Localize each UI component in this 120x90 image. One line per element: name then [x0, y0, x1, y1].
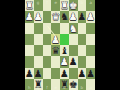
square-d3[interactable]: [60, 23, 69, 34]
square-d8[interactable]: ♜: [60, 79, 69, 90]
square-e2[interactable]: ♛: [51, 11, 60, 22]
square-d4[interactable]: [60, 34, 69, 45]
piece-black-pawn-c6[interactable]: ♟: [69, 56, 78, 67]
piece-white-pawn-d6[interactable]: ♟: [60, 56, 69, 67]
square-h7[interactable]: ♟: [25, 68, 34, 79]
square-b7[interactable]: ♟: [78, 68, 87, 79]
piece-black-rook-g8[interactable]: ♜: [34, 79, 43, 90]
piece-black-pawn-h7[interactable]: ♟: [25, 68, 34, 79]
piece-white-king-c1[interactable]: ♚: [69, 0, 78, 11]
square-a7[interactable]: ♟: [86, 68, 95, 79]
square-g6[interactable]: [34, 56, 43, 67]
square-h5[interactable]: [25, 45, 34, 56]
square-h3[interactable]: [25, 23, 34, 34]
square-c7[interactable]: [69, 68, 78, 79]
piece-black-knight-d2[interactable]: ♞: [60, 11, 69, 22]
square-d6[interactable]: ♟: [60, 56, 69, 67]
piece-black-pawn-a7[interactable]: ♟: [86, 68, 95, 79]
square-b4[interactable]: [78, 34, 87, 45]
square-f8[interactable]: [43, 79, 52, 90]
chess-board: ♜♜♚♟♟♛♞♟♟♟♞♟♛♝♟♟♟♟♟♟♟♜♜♚: [25, 0, 95, 90]
square-d5[interactable]: ♝: [60, 45, 69, 56]
square-a6[interactable]: [86, 56, 95, 67]
square-b3[interactable]: [78, 23, 87, 34]
square-g1[interactable]: [34, 0, 43, 11]
square-a3[interactable]: [86, 23, 95, 34]
piece-white-pawn-g2[interactable]: ♟: [34, 11, 43, 22]
piece-white-pawn-c2[interactable]: ♟: [69, 11, 78, 22]
piece-black-pawn-d7[interactable]: ♟: [60, 68, 69, 79]
piece-black-rook-d8[interactable]: ♜: [60, 79, 69, 90]
square-c3[interactable]: ♞: [69, 23, 78, 34]
piece-white-knight-c3[interactable]: ♞: [69, 23, 78, 34]
square-f2[interactable]: [43, 11, 52, 22]
square-d1[interactable]: ♜: [60, 0, 69, 11]
piece-white-pawn-h2[interactable]: ♟: [25, 11, 34, 22]
piece-white-rook-h1[interactable]: ♜: [25, 0, 34, 11]
square-b5[interactable]: [78, 45, 87, 56]
piece-black-queen-e5[interactable]: ♛: [51, 45, 60, 56]
square-f4[interactable]: [43, 34, 52, 45]
square-c8[interactable]: ♚: [69, 79, 78, 90]
square-a2[interactable]: ♟: [86, 11, 95, 22]
square-f1[interactable]: [43, 0, 52, 11]
square-a4[interactable]: [86, 34, 95, 45]
square-h6[interactable]: [25, 56, 34, 67]
square-g4[interactable]: [34, 34, 43, 45]
square-c1[interactable]: ♚: [69, 0, 78, 11]
square-c2[interactable]: ♟: [69, 11, 78, 22]
piece-white-pawn-a2[interactable]: ♟: [86, 11, 95, 22]
square-b1[interactable]: [78, 0, 87, 11]
square-h2[interactable]: ♟: [25, 11, 34, 22]
square-e6[interactable]: [51, 56, 60, 67]
square-b2[interactable]: ♟: [78, 11, 87, 22]
square-h1[interactable]: ♜: [25, 0, 34, 11]
square-g7[interactable]: ♟: [34, 68, 43, 79]
square-e7[interactable]: [51, 68, 60, 79]
square-a5[interactable]: [86, 45, 95, 56]
piece-black-bishop-d5[interactable]: ♝: [60, 45, 69, 56]
square-a1[interactable]: [86, 0, 95, 11]
square-g8[interactable]: ♜: [34, 79, 43, 90]
square-f5[interactable]: [43, 45, 52, 56]
square-b6[interactable]: [78, 56, 87, 67]
square-c5[interactable]: [69, 45, 78, 56]
square-e5[interactable]: ♛: [51, 45, 60, 56]
piece-black-king-c8[interactable]: ♚: [69, 79, 78, 90]
square-f7[interactable]: [43, 68, 52, 79]
square-e8[interactable]: [51, 79, 60, 90]
square-c6[interactable]: ♟: [69, 56, 78, 67]
square-g5[interactable]: [34, 45, 43, 56]
square-h4[interactable]: [25, 34, 34, 45]
piece-black-pawn-b2[interactable]: ♟: [78, 11, 87, 22]
piece-black-pawn-b7[interactable]: ♟: [78, 68, 87, 79]
square-c4[interactable]: [69, 34, 78, 45]
square-e1[interactable]: [51, 0, 60, 11]
square-h8[interactable]: [25, 79, 34, 90]
square-g3[interactable]: [34, 23, 43, 34]
pillarbox-right: [95, 0, 120, 90]
square-a8[interactable]: [86, 79, 95, 90]
square-g2[interactable]: ♟: [34, 11, 43, 22]
piece-black-pawn-g7[interactable]: ♟: [34, 68, 43, 79]
square-d2[interactable]: ♞: [60, 11, 69, 22]
piece-white-rook-d1[interactable]: ♜: [60, 0, 69, 11]
square-d7[interactable]: ♟: [60, 68, 69, 79]
piece-white-queen-e2[interactable]: ♛: [51, 11, 60, 22]
pillarbox-left: [0, 0, 25, 90]
square-b8[interactable]: [78, 79, 87, 90]
square-f6[interactable]: [43, 56, 52, 67]
